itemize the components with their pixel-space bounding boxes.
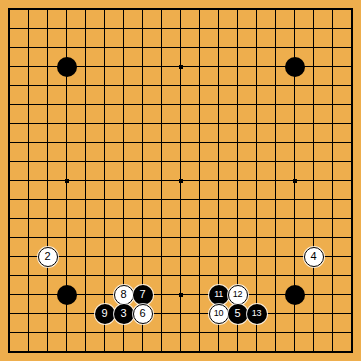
- board-point[interactable]: [285, 0, 304, 19]
- board-point[interactable]: [285, 266, 304, 285]
- board-point[interactable]: [190, 266, 209, 285]
- board-point[interactable]: [133, 76, 152, 95]
- board-point[interactable]: [57, 247, 76, 266]
- board-point[interactable]: [57, 38, 76, 57]
- board-point[interactable]: [285, 323, 304, 342]
- board-point[interactable]: [114, 228, 133, 247]
- board-point[interactable]: [304, 209, 323, 228]
- board-point[interactable]: [95, 228, 114, 247]
- board-point[interactable]: [95, 285, 114, 304]
- board-point[interactable]: [171, 19, 190, 38]
- board-point[interactable]: [152, 285, 171, 304]
- board-point[interactable]: 10: [209, 304, 228, 323]
- board-point[interactable]: [247, 247, 266, 266]
- board-point[interactable]: [266, 304, 285, 323]
- board-point[interactable]: 3: [114, 304, 133, 323]
- board-point[interactable]: [152, 342, 171, 361]
- board-point[interactable]: [57, 266, 76, 285]
- board-point[interactable]: [285, 247, 304, 266]
- board-point[interactable]: [19, 323, 38, 342]
- board-point[interactable]: [266, 76, 285, 95]
- board-point[interactable]: [95, 19, 114, 38]
- board-point[interactable]: [247, 57, 266, 76]
- board-point[interactable]: [247, 342, 266, 361]
- board-point[interactable]: [0, 19, 19, 38]
- board-point[interactable]: [266, 323, 285, 342]
- board-point[interactable]: [19, 190, 38, 209]
- board-point[interactable]: [342, 228, 361, 247]
- board-point[interactable]: [228, 152, 247, 171]
- board-point[interactable]: [0, 38, 19, 57]
- board-point[interactable]: [228, 0, 247, 19]
- board-point[interactable]: [304, 0, 323, 19]
- board-point[interactable]: [152, 57, 171, 76]
- board-point[interactable]: [228, 266, 247, 285]
- board-point[interactable]: [342, 209, 361, 228]
- board-point[interactable]: [76, 228, 95, 247]
- board-point[interactable]: [266, 152, 285, 171]
- board-point[interactable]: 6: [133, 304, 152, 323]
- board-point[interactable]: [323, 19, 342, 38]
- board-point[interactable]: [285, 228, 304, 247]
- board-point[interactable]: [0, 114, 19, 133]
- board-point[interactable]: [228, 171, 247, 190]
- board-point[interactable]: [76, 266, 95, 285]
- board-point[interactable]: [285, 114, 304, 133]
- board-point[interactable]: [304, 323, 323, 342]
- board-point[interactable]: [19, 38, 38, 57]
- board-point[interactable]: [114, 171, 133, 190]
- board-point[interactable]: [323, 0, 342, 19]
- board-point[interactable]: 2: [38, 247, 57, 266]
- board-point[interactable]: [323, 76, 342, 95]
- board-point[interactable]: [38, 57, 57, 76]
- board-point-hoshi[interactable]: [57, 171, 76, 190]
- board-point[interactable]: [95, 209, 114, 228]
- board-point[interactable]: [95, 0, 114, 19]
- board-point[interactable]: [0, 0, 19, 19]
- board-point[interactable]: [38, 209, 57, 228]
- board-point[interactable]: [114, 342, 133, 361]
- board-point[interactable]: [19, 285, 38, 304]
- board-point[interactable]: [133, 209, 152, 228]
- board-point[interactable]: [247, 114, 266, 133]
- board-point[interactable]: [304, 57, 323, 76]
- board-point[interactable]: [38, 76, 57, 95]
- board-point[interactable]: [209, 228, 228, 247]
- board-point[interactable]: [171, 133, 190, 152]
- board-point[interactable]: [19, 57, 38, 76]
- board-point[interactable]: [228, 247, 247, 266]
- board-point[interactable]: [152, 95, 171, 114]
- board-point[interactable]: [19, 171, 38, 190]
- board-point[interactable]: [323, 209, 342, 228]
- board-point[interactable]: [285, 152, 304, 171]
- board-point[interactable]: [209, 266, 228, 285]
- board-point[interactable]: [304, 76, 323, 95]
- board-point[interactable]: [57, 228, 76, 247]
- board-point[interactable]: [190, 342, 209, 361]
- board-point[interactable]: [209, 190, 228, 209]
- board-point[interactable]: [0, 57, 19, 76]
- board-point[interactable]: [19, 114, 38, 133]
- board-point[interactable]: [152, 304, 171, 323]
- board-point[interactable]: [209, 95, 228, 114]
- board-point[interactable]: [57, 133, 76, 152]
- board-point[interactable]: [342, 342, 361, 361]
- board-point-hoshi[interactable]: [285, 57, 304, 76]
- board-point[interactable]: [95, 38, 114, 57]
- board-point[interactable]: [76, 323, 95, 342]
- board-point[interactable]: [95, 190, 114, 209]
- board-point[interactable]: [342, 247, 361, 266]
- board-point[interactable]: [171, 228, 190, 247]
- board-point[interactable]: [266, 228, 285, 247]
- board-point[interactable]: [19, 19, 38, 38]
- board-point[interactable]: [38, 19, 57, 38]
- board-point[interactable]: [228, 95, 247, 114]
- board-point[interactable]: [0, 190, 19, 209]
- board-point[interactable]: [190, 95, 209, 114]
- board-point[interactable]: [171, 38, 190, 57]
- board-point[interactable]: [342, 0, 361, 19]
- board-point[interactable]: [209, 114, 228, 133]
- board-point[interactable]: 4: [304, 247, 323, 266]
- board-point[interactable]: [76, 304, 95, 323]
- board-point[interactable]: [209, 152, 228, 171]
- board-point[interactable]: [38, 304, 57, 323]
- board-point[interactable]: 9: [95, 304, 114, 323]
- board-point[interactable]: [304, 285, 323, 304]
- board-point[interactable]: [323, 266, 342, 285]
- board-point[interactable]: [152, 38, 171, 57]
- board-point[interactable]: [304, 266, 323, 285]
- board-point[interactable]: [95, 95, 114, 114]
- board-point[interactable]: [285, 342, 304, 361]
- board-point[interactable]: 8: [114, 285, 133, 304]
- board-point[interactable]: [38, 0, 57, 19]
- board-point[interactable]: [95, 57, 114, 76]
- board-point[interactable]: [0, 171, 19, 190]
- board-point[interactable]: [57, 323, 76, 342]
- board-point[interactable]: [342, 57, 361, 76]
- board-point[interactable]: [247, 0, 266, 19]
- board-point[interactable]: [171, 266, 190, 285]
- board-point[interactable]: [19, 304, 38, 323]
- board-point[interactable]: [0, 304, 19, 323]
- board-point[interactable]: [38, 228, 57, 247]
- board-point[interactable]: [133, 19, 152, 38]
- board-point[interactable]: [285, 76, 304, 95]
- board-point[interactable]: [19, 95, 38, 114]
- board-point[interactable]: [209, 19, 228, 38]
- board-point[interactable]: [304, 190, 323, 209]
- board-point[interactable]: [304, 114, 323, 133]
- board-point[interactable]: [19, 209, 38, 228]
- board-point-hoshi[interactable]: [285, 171, 304, 190]
- board-point[interactable]: [209, 38, 228, 57]
- board-point[interactable]: [285, 19, 304, 38]
- board-point[interactable]: [133, 190, 152, 209]
- board-point[interactable]: [133, 133, 152, 152]
- board-point[interactable]: [304, 152, 323, 171]
- board-point[interactable]: [133, 114, 152, 133]
- board-point[interactable]: [266, 38, 285, 57]
- board-point-hoshi[interactable]: [171, 171, 190, 190]
- board-point[interactable]: [114, 133, 133, 152]
- board-point[interactable]: [0, 285, 19, 304]
- board-point[interactable]: [0, 342, 19, 361]
- board-point[interactable]: [114, 323, 133, 342]
- board-point[interactable]: [152, 152, 171, 171]
- board-point[interactable]: [209, 133, 228, 152]
- board-point[interactable]: [114, 266, 133, 285]
- board-point[interactable]: [133, 323, 152, 342]
- board-point[interactable]: [95, 342, 114, 361]
- board-point[interactable]: [323, 342, 342, 361]
- board-point[interactable]: [76, 19, 95, 38]
- board-point[interactable]: [323, 114, 342, 133]
- board-point[interactable]: [342, 114, 361, 133]
- board-point[interactable]: [209, 209, 228, 228]
- board-point[interactable]: [266, 114, 285, 133]
- board-point[interactable]: [190, 323, 209, 342]
- board-point[interactable]: [171, 0, 190, 19]
- board-point[interactable]: [247, 38, 266, 57]
- board-point[interactable]: [285, 95, 304, 114]
- board-point[interactable]: [209, 323, 228, 342]
- board-point[interactable]: [0, 209, 19, 228]
- board-point[interactable]: [76, 57, 95, 76]
- board-point[interactable]: 13: [247, 304, 266, 323]
- board-point[interactable]: [19, 133, 38, 152]
- board-point[interactable]: [228, 190, 247, 209]
- board-point[interactable]: [38, 114, 57, 133]
- board-point[interactable]: [323, 190, 342, 209]
- board-point[interactable]: [190, 152, 209, 171]
- board-point[interactable]: [247, 285, 266, 304]
- board-point[interactable]: [190, 190, 209, 209]
- board-point[interactable]: [114, 38, 133, 57]
- board-point[interactable]: [228, 38, 247, 57]
- board-point[interactable]: [190, 228, 209, 247]
- board-point[interactable]: [304, 95, 323, 114]
- board-point[interactable]: 7: [133, 285, 152, 304]
- board-point[interactable]: [190, 0, 209, 19]
- board-point[interactable]: [57, 95, 76, 114]
- board-point[interactable]: [190, 114, 209, 133]
- board-point[interactable]: [152, 190, 171, 209]
- board-point[interactable]: [323, 57, 342, 76]
- board-point[interactable]: [209, 76, 228, 95]
- board-point[interactable]: [76, 209, 95, 228]
- board-point[interactable]: [209, 342, 228, 361]
- board-point[interactable]: [285, 304, 304, 323]
- board-point[interactable]: [342, 266, 361, 285]
- board-point[interactable]: [171, 323, 190, 342]
- board-point[interactable]: [342, 133, 361, 152]
- board-point[interactable]: [190, 19, 209, 38]
- board-point[interactable]: [171, 152, 190, 171]
- board-point[interactable]: 5: [228, 304, 247, 323]
- board-point[interactable]: [190, 38, 209, 57]
- board-point[interactable]: [304, 38, 323, 57]
- board-point-hoshi[interactable]: [285, 285, 304, 304]
- board-point[interactable]: [38, 266, 57, 285]
- board-point[interactable]: [114, 114, 133, 133]
- board-point[interactable]: [171, 95, 190, 114]
- board-point[interactable]: [342, 95, 361, 114]
- board-point[interactable]: [0, 266, 19, 285]
- board-point[interactable]: [247, 209, 266, 228]
- board-point[interactable]: [171, 76, 190, 95]
- board-point[interactable]: [285, 190, 304, 209]
- board-point[interactable]: [323, 285, 342, 304]
- board-point[interactable]: [133, 152, 152, 171]
- board-point[interactable]: [209, 0, 228, 19]
- board-point[interactable]: [266, 266, 285, 285]
- board-point[interactable]: [266, 133, 285, 152]
- board-point[interactable]: [19, 266, 38, 285]
- board-point[interactable]: [323, 171, 342, 190]
- board-point[interactable]: [190, 133, 209, 152]
- board-point[interactable]: [133, 38, 152, 57]
- board-point[interactable]: [38, 323, 57, 342]
- board-point[interactable]: [95, 152, 114, 171]
- board-point[interactable]: [114, 57, 133, 76]
- board-point[interactable]: [152, 114, 171, 133]
- board-point[interactable]: [285, 133, 304, 152]
- board-point[interactable]: [133, 95, 152, 114]
- board-point[interactable]: [171, 209, 190, 228]
- board-point[interactable]: [266, 171, 285, 190]
- board-point[interactable]: [228, 19, 247, 38]
- board-point[interactable]: [0, 228, 19, 247]
- board-point[interactable]: [247, 152, 266, 171]
- board-point[interactable]: [38, 171, 57, 190]
- board-point[interactable]: [19, 228, 38, 247]
- board-point[interactable]: [57, 0, 76, 19]
- board-point[interactable]: [57, 304, 76, 323]
- board-point[interactable]: [228, 133, 247, 152]
- board-point[interactable]: [342, 285, 361, 304]
- board-point[interactable]: [152, 76, 171, 95]
- board-point[interactable]: [190, 171, 209, 190]
- board-point[interactable]: [209, 247, 228, 266]
- board-point[interactable]: [190, 209, 209, 228]
- board-point[interactable]: [57, 190, 76, 209]
- board-point[interactable]: [152, 0, 171, 19]
- board-point[interactable]: [76, 247, 95, 266]
- board-point[interactable]: [266, 95, 285, 114]
- board-point[interactable]: [171, 247, 190, 266]
- board-point[interactable]: [228, 114, 247, 133]
- board-point-hoshi[interactable]: [57, 57, 76, 76]
- board-point[interactable]: [323, 152, 342, 171]
- board-point[interactable]: [247, 190, 266, 209]
- board-point[interactable]: [0, 323, 19, 342]
- board-point[interactable]: [228, 209, 247, 228]
- board-point[interactable]: [114, 209, 133, 228]
- board-point[interactable]: [342, 323, 361, 342]
- board-point[interactable]: [76, 342, 95, 361]
- board-point[interactable]: [133, 57, 152, 76]
- board-point[interactable]: [247, 133, 266, 152]
- board-point[interactable]: [190, 76, 209, 95]
- board-point[interactable]: [19, 342, 38, 361]
- board-point[interactable]: [76, 171, 95, 190]
- board-point[interactable]: [228, 57, 247, 76]
- board-point[interactable]: [95, 171, 114, 190]
- board-point[interactable]: [133, 247, 152, 266]
- board-point[interactable]: [304, 19, 323, 38]
- board-point[interactable]: [114, 152, 133, 171]
- board-point[interactable]: [152, 228, 171, 247]
- board-point[interactable]: [152, 209, 171, 228]
- board-point[interactable]: [228, 323, 247, 342]
- board-point[interactable]: [266, 57, 285, 76]
- board-point[interactable]: [114, 0, 133, 19]
- board-point[interactable]: [57, 209, 76, 228]
- board-point[interactable]: [266, 285, 285, 304]
- board-point[interactable]: [323, 95, 342, 114]
- board-point[interactable]: [152, 133, 171, 152]
- board-point-hoshi[interactable]: [171, 57, 190, 76]
- board-point[interactable]: [190, 247, 209, 266]
- board-point[interactable]: [114, 95, 133, 114]
- board-point[interactable]: [266, 342, 285, 361]
- board-point[interactable]: [57, 152, 76, 171]
- board-point[interactable]: [114, 247, 133, 266]
- board-point[interactable]: [133, 228, 152, 247]
- board-point[interactable]: [114, 19, 133, 38]
- board-point[interactable]: [76, 152, 95, 171]
- board-point[interactable]: [133, 266, 152, 285]
- board-point[interactable]: [19, 152, 38, 171]
- board-point[interactable]: [228, 76, 247, 95]
- board-point[interactable]: [342, 76, 361, 95]
- board-point[interactable]: [57, 114, 76, 133]
- board-point[interactable]: [323, 323, 342, 342]
- board-point[interactable]: [133, 171, 152, 190]
- board-point[interactable]: [0, 152, 19, 171]
- board-point[interactable]: [266, 19, 285, 38]
- board-point[interactable]: [76, 133, 95, 152]
- board-point[interactable]: [76, 190, 95, 209]
- board-point[interactable]: [38, 95, 57, 114]
- board-point[interactable]: [323, 38, 342, 57]
- board-point[interactable]: [95, 323, 114, 342]
- board-point[interactable]: [57, 342, 76, 361]
- board-point[interactable]: [114, 190, 133, 209]
- board-point[interactable]: [95, 247, 114, 266]
- board-point[interactable]: [76, 0, 95, 19]
- board-point[interactable]: [76, 285, 95, 304]
- board-point[interactable]: [266, 209, 285, 228]
- board-point[interactable]: [342, 304, 361, 323]
- board-point[interactable]: [342, 38, 361, 57]
- board-point[interactable]: [38, 190, 57, 209]
- board-point[interactable]: [285, 209, 304, 228]
- board-point[interactable]: 12: [228, 285, 247, 304]
- board-point[interactable]: [209, 57, 228, 76]
- board-point[interactable]: [342, 19, 361, 38]
- board-point[interactable]: [38, 285, 57, 304]
- board-point[interactable]: [95, 76, 114, 95]
- board-point[interactable]: [19, 0, 38, 19]
- board-point-hoshi[interactable]: [171, 285, 190, 304]
- board-point[interactable]: [95, 114, 114, 133]
